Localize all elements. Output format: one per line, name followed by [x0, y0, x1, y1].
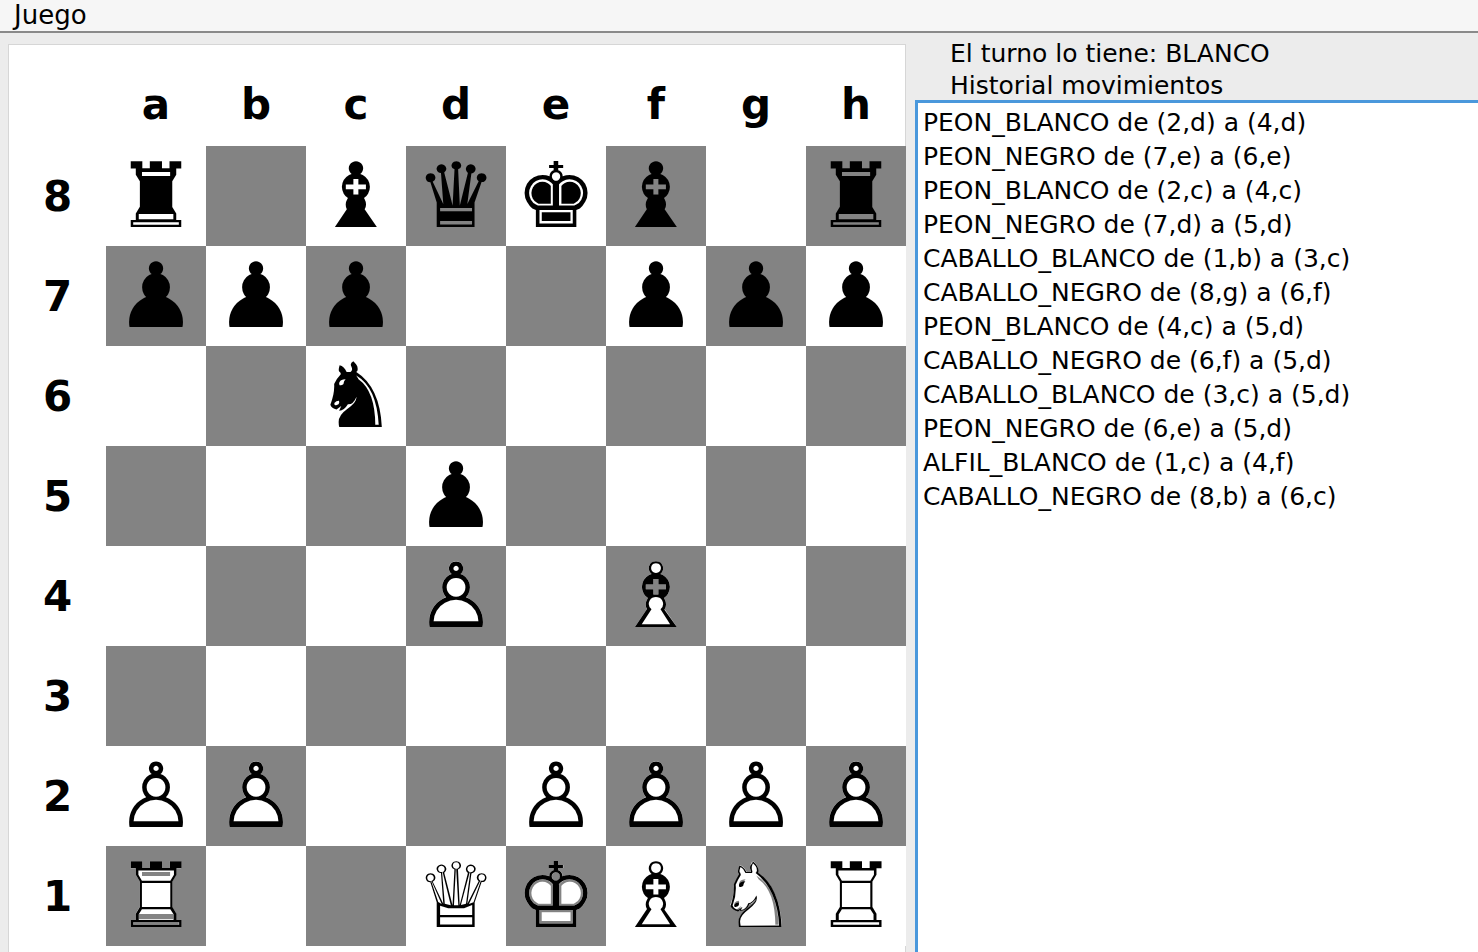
- piece-white-pawn[interactable]: ♟♙: [206, 746, 306, 846]
- square-e6[interactable]: [506, 346, 606, 446]
- square-b4[interactable]: [206, 546, 306, 646]
- square-e1[interactable]: ♚♔: [506, 846, 606, 946]
- file-label-b: b: [206, 75, 306, 135]
- piece-black-pawn[interactable]: ♟: [606, 246, 706, 346]
- square-f1[interactable]: ♝♗: [606, 846, 706, 946]
- square-c6[interactable]: ♞: [306, 346, 406, 446]
- square-d5[interactable]: ♟: [406, 446, 506, 546]
- piece-black-pawn[interactable]: ♟: [106, 246, 206, 346]
- piece-outline: ♖: [806, 846, 906, 946]
- chess-board: ♜♝♛♚♝♜♟♟♟♟♟♟♞♟♟♙♝♗♟♙♟♙♟♙♟♙♟♙♟♙♜♖♛♕♚♔♝♗♞♘…: [106, 146, 906, 946]
- square-c4[interactable]: [306, 546, 406, 646]
- square-e3[interactable]: [506, 646, 606, 746]
- square-e5[interactable]: [506, 446, 606, 546]
- square-e7[interactable]: [506, 246, 606, 346]
- square-g8[interactable]: [706, 146, 806, 246]
- square-d2[interactable]: [406, 746, 506, 846]
- square-h5[interactable]: [806, 446, 906, 546]
- square-e8[interactable]: ♚: [506, 146, 606, 246]
- file-label-a: a: [106, 75, 206, 135]
- file-label-f: f: [606, 75, 706, 135]
- move-item[interactable]: CABALLO_NEGRO de (6,f) a (5,d): [923, 344, 1478, 378]
- square-h8[interactable]: ♜: [806, 146, 906, 246]
- square-d8[interactable]: ♛: [406, 146, 506, 246]
- square-f7[interactable]: ♟: [606, 246, 706, 346]
- piece-white-pawn[interactable]: ♟♙: [706, 746, 806, 846]
- square-g3[interactable]: [706, 646, 806, 746]
- square-b5[interactable]: [206, 446, 306, 546]
- square-a8[interactable]: ♜: [106, 146, 206, 246]
- square-b1[interactable]: [206, 846, 306, 946]
- file-label-e: e: [506, 75, 606, 135]
- piece-outline: ♔: [506, 846, 606, 946]
- square-f4[interactable]: ♝♗: [606, 546, 706, 646]
- piece-outline: ♗: [606, 546, 706, 646]
- rank-label-7: 7: [9, 246, 106, 346]
- square-a7[interactable]: ♟: [106, 246, 206, 346]
- square-f5[interactable]: [606, 446, 706, 546]
- move-item[interactable]: CABALLO_BLANCO de (1,b) a (3,c): [923, 242, 1478, 276]
- piece-outline: ♙: [706, 746, 806, 846]
- piece-outline: ♕: [406, 846, 506, 946]
- piece-outline: ♙: [806, 746, 906, 846]
- piece-outline: ♗: [606, 846, 706, 946]
- square-c1[interactable]: [306, 846, 406, 946]
- square-f3[interactable]: [606, 646, 706, 746]
- square-a3[interactable]: [106, 646, 206, 746]
- square-h6[interactable]: [806, 346, 906, 446]
- square-h1[interactable]: ♜♖: [806, 846, 906, 946]
- piece-white-rook[interactable]: ♜♖: [106, 846, 206, 946]
- history-heading: Historial movimientos: [950, 70, 1470, 102]
- square-f2[interactable]: ♟♙: [606, 746, 706, 846]
- board-panel: abcdefgh 87654321 ♜♝♛♚♝♜♟♟♟♟♟♟♞♟♟♙♝♗♟♙♟♙…: [8, 44, 906, 952]
- move-item[interactable]: CABALLO_NEGRO de (8,b) a (6,c): [923, 480, 1478, 514]
- move-item[interactable]: PEON_NEGRO de (6,e) a (5,d): [923, 412, 1478, 446]
- piece-black-bishop[interactable]: ♝: [306, 146, 406, 246]
- piece-white-queen[interactable]: ♛♕: [406, 846, 506, 946]
- square-d7[interactable]: [406, 246, 506, 346]
- move-item[interactable]: CABALLO_NEGRO de (8,g) a (6,f): [923, 276, 1478, 310]
- square-g7[interactable]: ♟: [706, 246, 806, 346]
- menu-juego[interactable]: Juego: [0, 0, 101, 31]
- file-label-h: h: [806, 75, 906, 135]
- piece-outline: ♙: [406, 546, 506, 646]
- square-c5[interactable]: [306, 446, 406, 546]
- turn-indicator: El turno lo tiene: BLANCO: [950, 38, 1470, 70]
- piece-black-pawn[interactable]: ♟: [206, 246, 306, 346]
- rank-label-5: 5: [9, 446, 106, 546]
- square-b3[interactable]: [206, 646, 306, 746]
- rank-label-4: 4: [9, 546, 106, 646]
- piece-white-pawn[interactable]: ♟♙: [606, 746, 706, 846]
- piece-black-pawn[interactable]: ♟: [706, 246, 806, 346]
- square-b6[interactable]: [206, 346, 306, 446]
- piece-black-pawn[interactable]: ♟: [306, 246, 406, 346]
- piece-white-bishop[interactable]: ♝♗: [606, 846, 706, 946]
- move-item[interactable]: PEON_BLANCO de (2,c) a (4,c): [923, 174, 1478, 208]
- piece-outline: ♙: [506, 746, 606, 846]
- move-item[interactable]: CABALLO_BLANCO de (3,c) a (5,d): [923, 378, 1478, 412]
- rank-label-3: 3: [9, 646, 106, 746]
- square-d6[interactable]: [406, 346, 506, 446]
- move-item[interactable]: ALFIL_BLANCO de (1,c) a (4,f): [923, 446, 1478, 480]
- square-a1[interactable]: ♜♖: [106, 846, 206, 946]
- square-h2[interactable]: ♟♙: [806, 746, 906, 846]
- file-label-d: d: [406, 75, 506, 135]
- piece-outline: ♖: [106, 846, 206, 946]
- move-item[interactable]: PEON_BLANCO de (2,d) a (4,d): [923, 106, 1478, 140]
- rank-labels: 87654321: [9, 146, 106, 946]
- piece-white-rook[interactable]: ♜♖: [806, 846, 906, 946]
- piece-white-pawn[interactable]: ♟♙: [806, 746, 906, 846]
- square-e2[interactable]: ♟♙: [506, 746, 606, 846]
- file-label-g: g: [706, 75, 806, 135]
- piece-black-king[interactable]: ♚: [506, 146, 606, 246]
- piece-black-pawn[interactable]: ♟: [806, 246, 906, 346]
- square-g6[interactable]: [706, 346, 806, 446]
- piece-black-pawn[interactable]: ♟: [406, 446, 506, 546]
- square-h7[interactable]: ♟: [806, 246, 906, 346]
- square-c2[interactable]: [306, 746, 406, 846]
- piece-white-knight[interactable]: ♞♘: [706, 846, 806, 946]
- piece-white-pawn[interactable]: ♟♙: [506, 746, 606, 846]
- piece-outline: ♙: [206, 746, 306, 846]
- square-d3[interactable]: [406, 646, 506, 746]
- rank-label-1: 1: [9, 846, 106, 946]
- piece-white-king[interactable]: ♚♔: [506, 846, 606, 946]
- square-a5[interactable]: [106, 446, 206, 546]
- square-a4[interactable]: [106, 546, 206, 646]
- move-item[interactable]: PEON_NEGRO de (7,e) a (6,e): [923, 140, 1478, 174]
- menu-bar: Juego: [0, 0, 1478, 33]
- file-labels: abcdefgh: [106, 75, 906, 135]
- piece-black-knight[interactable]: ♞: [306, 346, 406, 446]
- piece-black-bishop[interactable]: ♝: [606, 146, 706, 246]
- square-c8[interactable]: ♝: [306, 146, 406, 246]
- move-item[interactable]: PEON_NEGRO de (7,d) a (5,d): [923, 208, 1478, 242]
- piece-outline: ♙: [606, 746, 706, 846]
- rank-label-6: 6: [9, 346, 106, 446]
- square-h3[interactable]: [806, 646, 906, 746]
- square-g1[interactable]: ♞♘: [706, 846, 806, 946]
- square-a6[interactable]: [106, 346, 206, 446]
- square-b8[interactable]: [206, 146, 306, 246]
- square-a2[interactable]: ♟♙: [106, 746, 206, 846]
- square-c7[interactable]: ♟: [306, 246, 406, 346]
- piece-white-bishop[interactable]: ♝♗: [606, 546, 706, 646]
- piece-black-queen[interactable]: ♛: [406, 146, 506, 246]
- square-g4[interactable]: [706, 546, 806, 646]
- piece-black-rook[interactable]: ♜: [806, 146, 906, 246]
- piece-outline: ♙: [106, 746, 206, 846]
- square-f6[interactable]: [606, 346, 706, 446]
- square-f8[interactable]: ♝: [606, 146, 706, 246]
- square-d4[interactable]: ♟♙: [406, 546, 506, 646]
- move-history-list[interactable]: PEON_BLANCO de (2,d) a (4,d)PEON_NEGRO d…: [915, 100, 1478, 952]
- square-e4[interactable]: [506, 546, 606, 646]
- piece-white-pawn[interactable]: ♟♙: [106, 746, 206, 846]
- file-label-c: c: [306, 75, 406, 135]
- piece-black-rook[interactable]: ♜: [106, 146, 206, 246]
- square-d1[interactable]: ♛♕: [406, 846, 506, 946]
- square-g5[interactable]: [706, 446, 806, 546]
- piece-white-pawn[interactable]: ♟♙: [406, 546, 506, 646]
- rank-label-2: 2: [9, 746, 106, 846]
- rank-label-8: 8: [9, 146, 106, 246]
- square-c3[interactable]: [306, 646, 406, 746]
- square-g2[interactable]: ♟♙: [706, 746, 806, 846]
- status-area: El turno lo tiene: BLANCO Historial movi…: [950, 38, 1470, 102]
- square-b7[interactable]: ♟: [206, 246, 306, 346]
- square-h4[interactable]: [806, 546, 906, 646]
- move-item[interactable]: PEON_BLANCO de (4,c) a (5,d): [923, 310, 1478, 344]
- square-b2[interactable]: ♟♙: [206, 746, 306, 846]
- piece-outline: ♘: [706, 846, 806, 946]
